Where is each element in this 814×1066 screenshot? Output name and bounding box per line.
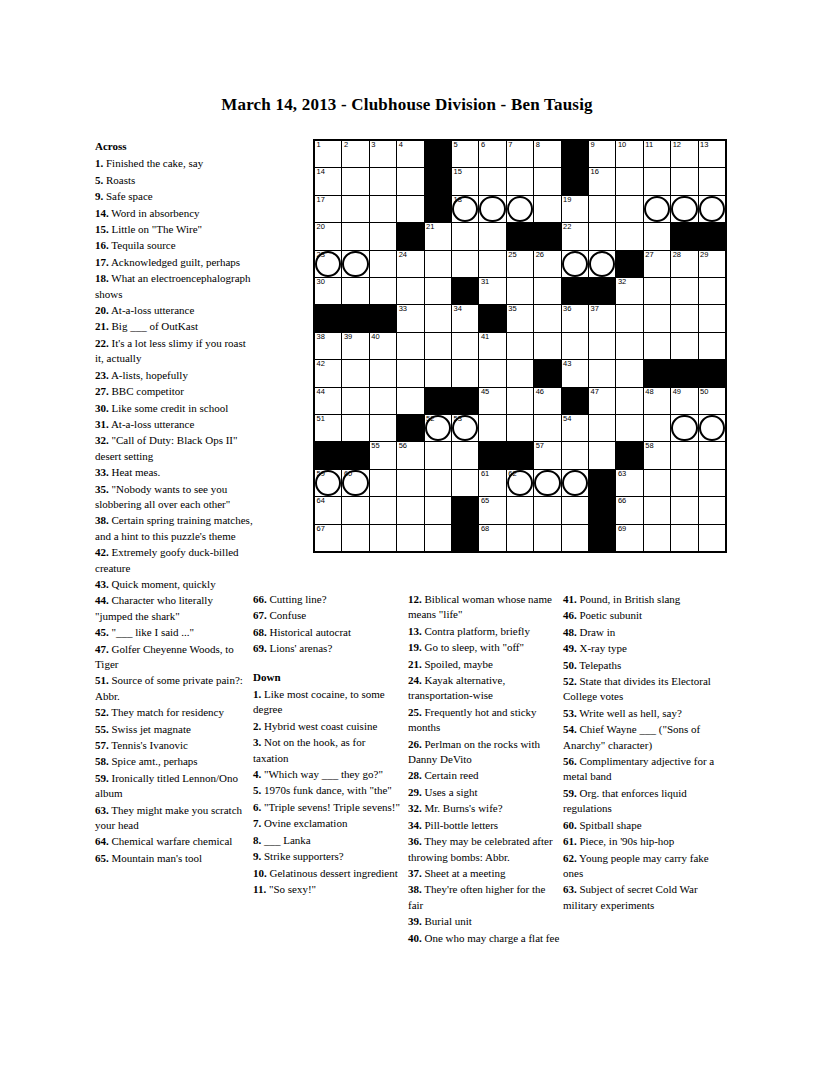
grid-cell[interactable]: 51 — [315, 415, 341, 441]
grid-cell[interactable]: 21 — [425, 223, 451, 249]
cell-number: 33 — [399, 304, 407, 314]
grid-cell[interactable] — [479, 196, 505, 222]
grid-cell[interactable] — [507, 333, 533, 359]
grid-cell[interactable]: 61 — [479, 470, 505, 496]
grid-cell[interactable] — [562, 497, 588, 523]
cell-number: 15 — [453, 167, 461, 177]
grid-cell[interactable]: 68 — [479, 525, 505, 551]
black-cell — [479, 305, 505, 331]
grid-cell[interactable] — [452, 333, 478, 359]
black-cell — [507, 223, 533, 249]
grid-cell[interactable] — [425, 442, 451, 468]
clue: 39. Burial unit — [408, 914, 561, 929]
grid-cell[interactable] — [699, 497, 725, 523]
grid-cell[interactable] — [671, 305, 697, 331]
grid-cell[interactable] — [342, 251, 368, 277]
grid-cell[interactable]: 6 — [479, 141, 505, 167]
grid-cell[interactable]: 23 — [315, 251, 341, 277]
grid-cell[interactable]: 16 — [589, 168, 615, 194]
grid-cell[interactable]: 65 — [479, 497, 505, 523]
grid-cell[interactable] — [507, 525, 533, 551]
grid-cell[interactable] — [671, 278, 697, 304]
clue: 52. State that divides its Electoral Col… — [563, 674, 720, 705]
clue: 32. Mr. Burns's wife? — [408, 801, 561, 816]
grid-cell[interactable]: 1 — [315, 141, 341, 167]
grid-cell[interactable]: 43 — [562, 360, 588, 386]
grid-cell[interactable] — [425, 251, 451, 277]
grid-cell[interactable] — [699, 525, 725, 551]
cell-number: 36 — [563, 304, 571, 314]
grid-cell[interactable] — [342, 525, 368, 551]
clue: 15. Little on "The Wire" — [95, 222, 253, 237]
cell-number: 45 — [481, 387, 489, 397]
grid-cell[interactable] — [616, 223, 642, 249]
grid-cell[interactable]: 26 — [534, 251, 560, 277]
cell-number: 69 — [618, 524, 626, 534]
grid-cell[interactable] — [452, 251, 478, 277]
grid-cell[interactable]: 9 — [589, 141, 615, 167]
black-cell — [671, 223, 697, 249]
grid-cell[interactable]: 4 — [397, 141, 423, 167]
grid-cell[interactable] — [644, 223, 670, 249]
black-cell — [425, 196, 451, 222]
grid-cell[interactable]: 37 — [589, 305, 615, 331]
cell-number: 14 — [317, 167, 325, 177]
cell-number: 58 — [645, 441, 653, 451]
grid-cell[interactable] — [479, 251, 505, 277]
grid-cell[interactable] — [699, 168, 725, 194]
grid-cell[interactable] — [589, 251, 615, 277]
grid-cell[interactable] — [507, 415, 533, 441]
grid-cell[interactable] — [479, 168, 505, 194]
clue: 59. Org. that enforces liquid regulation… — [563, 786, 720, 817]
cell-number: 40 — [371, 332, 379, 342]
cell-number: 51 — [317, 414, 325, 424]
clue: 14. Word in absorbency — [95, 206, 253, 221]
grid-cell[interactable] — [589, 415, 615, 441]
clue: 7. Ovine exclamation — [253, 816, 403, 831]
grid-cell[interactable] — [534, 497, 560, 523]
grid-cell[interactable] — [370, 251, 396, 277]
cell-number: 19 — [563, 195, 571, 205]
grid-cell[interactable] — [370, 388, 396, 414]
grid-cell[interactable]: 12 — [671, 141, 697, 167]
black-cell — [452, 497, 478, 523]
cell-number: 66 — [618, 496, 626, 506]
grid-cell[interactable] — [342, 360, 368, 386]
grid-cell[interactable] — [370, 278, 396, 304]
grid-cell[interactable]: 69 — [616, 525, 642, 551]
grid-cell[interactable]: 8 — [534, 141, 560, 167]
grid-cell[interactable] — [616, 333, 642, 359]
grid-cell[interactable] — [342, 223, 368, 249]
grid-cell[interactable] — [534, 278, 560, 304]
grid-cell[interactable] — [397, 196, 423, 222]
clue: 42. Extremely goofy duck-billed creature — [95, 545, 253, 576]
black-cell — [315, 305, 341, 331]
grid-cell[interactable]: 13 — [699, 141, 725, 167]
clue-column-2: 66. Cutting line?67. Confuse68. Historic… — [253, 592, 403, 898]
clue: 55. Swiss jet magnate — [95, 722, 253, 737]
grid-cell[interactable] — [452, 360, 478, 386]
grid-cell[interactable] — [616, 360, 642, 386]
grid-cell[interactable]: 56 — [397, 442, 423, 468]
grid-cell[interactable]: 30 — [315, 278, 341, 304]
clue: 52. They match for residency — [95, 705, 253, 720]
cell-number: 9 — [590, 140, 594, 150]
black-cell — [562, 388, 588, 414]
grid-cell[interactable] — [370, 525, 396, 551]
grid-cell[interactable]: 24 — [397, 251, 423, 277]
clue: 23. A-lists, hopefully — [95, 368, 253, 383]
grid-cell[interactable] — [671, 442, 697, 468]
grid-cell[interactable] — [342, 196, 368, 222]
clue: 20. At-a-loss utterance — [95, 303, 253, 318]
grid-cell[interactable]: 18 — [452, 196, 478, 222]
crossword-grid[interactable]: 1234567891011121314151617181920212223242… — [313, 139, 727, 553]
grid-cell[interactable] — [616, 415, 642, 441]
grid-cell[interactable]: 46 — [534, 388, 560, 414]
grid-cell[interactable] — [699, 196, 725, 222]
cell-number: 67 — [317, 524, 325, 534]
clue: 50. Telepaths — [563, 658, 720, 673]
circle-marker — [562, 470, 588, 496]
grid-cell[interactable] — [644, 470, 670, 496]
clue: 17. Acknowledged guilt, perhaps — [95, 255, 253, 270]
cell-number: 4 — [399, 140, 403, 150]
clue: 33. Heat meas. — [95, 465, 253, 480]
clue: 62. Young people may carry fake ones — [563, 851, 720, 882]
grid-cell[interactable] — [644, 305, 670, 331]
grid-cell[interactable] — [425, 305, 451, 331]
grid-cell[interactable] — [370, 497, 396, 523]
cell-number: 38 — [317, 332, 325, 342]
clue: 37. Sheet at a meeting — [408, 866, 561, 881]
grid-cell[interactable]: 42 — [315, 360, 341, 386]
grid-cell[interactable] — [616, 196, 642, 222]
clue: 41. Pound, in British slang — [563, 592, 720, 607]
grid-cell[interactable]: 52 — [425, 415, 451, 441]
black-cell — [589, 278, 615, 304]
cell-number: 27 — [645, 250, 653, 260]
grid-cell[interactable]: 47 — [589, 388, 615, 414]
grid-cell[interactable]: 38 — [315, 333, 341, 359]
circle-marker — [671, 196, 697, 222]
grid-cell[interactable]: 25 — [507, 251, 533, 277]
grid-cell[interactable] — [562, 442, 588, 468]
grid-cell[interactable] — [671, 525, 697, 551]
grid-cell[interactable] — [425, 360, 451, 386]
grid-cell[interactable] — [671, 497, 697, 523]
grid-cell[interactable] — [562, 333, 588, 359]
down-clues-3: 41. Pound, in British slang46. Poetic su… — [563, 592, 720, 913]
clue: 21. Big ___ of OutKast — [95, 319, 253, 334]
grid-cell[interactable]: 64 — [315, 497, 341, 523]
clue: 46. Poetic subunit — [563, 608, 720, 623]
grid-cell[interactable]: 28 — [671, 251, 697, 277]
circle-marker — [342, 251, 368, 277]
grid-cell[interactable]: 41 — [479, 333, 505, 359]
grid-cell[interactable] — [534, 525, 560, 551]
grid-cell[interactable] — [370, 360, 396, 386]
cell-number: 6 — [481, 140, 485, 150]
grid-cell[interactable] — [534, 333, 560, 359]
grid-cell[interactable] — [507, 278, 533, 304]
grid-cell[interactable] — [479, 223, 505, 249]
cell-number: 10 — [618, 140, 626, 150]
circle-marker — [699, 415, 725, 441]
clue: 65. Mountain man's tool — [95, 851, 253, 866]
cell-number: 39 — [344, 332, 352, 342]
grid-cell[interactable]: 55 — [370, 442, 396, 468]
grid-cell[interactable] — [534, 196, 560, 222]
grid-cell[interactable]: 29 — [699, 251, 725, 277]
grid-cell[interactable] — [397, 333, 423, 359]
puzzle-title: March 14, 2013 - Clubhouse Division - Be… — [0, 95, 814, 115]
grid-cell[interactable] — [397, 525, 423, 551]
grid-cell[interactable]: 3 — [370, 141, 396, 167]
grid-cell[interactable] — [671, 168, 697, 194]
clue: 13. Contra platform, briefly — [408, 624, 561, 639]
circle-marker — [589, 251, 615, 277]
grid-cell[interactable]: 49 — [671, 388, 697, 414]
cell-number: 21 — [426, 222, 434, 232]
grid-cell[interactable] — [671, 196, 697, 222]
black-cell — [671, 360, 697, 386]
grid-cell[interactable]: 48 — [644, 388, 670, 414]
grid-cell[interactable] — [425, 278, 451, 304]
grid-cell[interactable] — [452, 470, 478, 496]
grid-cell[interactable]: 34 — [452, 305, 478, 331]
grid-cell[interactable] — [397, 278, 423, 304]
cell-number: 55 — [371, 441, 379, 451]
grid-cell[interactable]: 14 — [315, 168, 341, 194]
black-cell — [589, 525, 615, 551]
grid-cell[interactable] — [644, 278, 670, 304]
cell-number: 56 — [399, 441, 407, 451]
grid-cell[interactable]: 50 — [699, 388, 725, 414]
clue: 28. Certain reed — [408, 768, 561, 783]
cell-number: 44 — [317, 387, 325, 397]
grid-cell[interactable] — [699, 278, 725, 304]
grid-cell[interactable] — [507, 196, 533, 222]
grid-cell[interactable] — [342, 168, 368, 194]
grid-cell[interactable] — [616, 388, 642, 414]
grid-cell[interactable] — [699, 470, 725, 496]
grid-cell[interactable]: 54 — [562, 415, 588, 441]
grid-cell[interactable] — [397, 388, 423, 414]
grid-cell[interactable] — [534, 415, 560, 441]
clue: 61. Piece, in '90s hip-hop — [563, 834, 720, 849]
grid-cell[interactable] — [699, 333, 725, 359]
grid-cell[interactable] — [425, 525, 451, 551]
clue: 66. Cutting line? — [253, 592, 403, 607]
cell-number: 7 — [508, 140, 512, 150]
grid-cell[interactable] — [397, 360, 423, 386]
grid-cell[interactable] — [425, 333, 451, 359]
grid-cell[interactable] — [342, 497, 368, 523]
grid-cell[interactable] — [342, 278, 368, 304]
grid-cell[interactable]: 27 — [644, 251, 670, 277]
circle-marker — [507, 470, 533, 496]
grid-cell[interactable] — [644, 497, 670, 523]
black-cell — [425, 168, 451, 194]
grid-cell[interactable]: 15 — [452, 168, 478, 194]
grid-cell[interactable] — [644, 333, 670, 359]
grid-cell[interactable]: 36 — [562, 305, 588, 331]
grid-cell[interactable]: 67 — [315, 525, 341, 551]
grid-cell[interactable]: 5 — [452, 141, 478, 167]
grid-cell[interactable] — [534, 470, 560, 496]
grid-cell[interactable] — [671, 415, 697, 441]
across-clues-main: 1. Finished the cake, say5. Roasts9. Saf… — [95, 156, 253, 866]
grid-cell[interactable]: 11 — [644, 141, 670, 167]
grid-cell[interactable] — [342, 415, 368, 441]
black-cell — [616, 251, 642, 277]
circle-marker — [479, 196, 505, 222]
cell-number: 48 — [645, 387, 653, 397]
grid-cell[interactable] — [425, 470, 451, 496]
grid-cell[interactable] — [616, 305, 642, 331]
grid-cell[interactable] — [507, 360, 533, 386]
grid-cell[interactable] — [562, 525, 588, 551]
grid-cell[interactable]: 17 — [315, 196, 341, 222]
cell-number: 31 — [481, 277, 489, 287]
grid-cell[interactable] — [562, 251, 588, 277]
black-cell — [589, 497, 615, 523]
grid-cell[interactable]: 60 — [342, 470, 368, 496]
grid-cell[interactable] — [644, 525, 670, 551]
grid-cell[interactable] — [589, 196, 615, 222]
grid-cell[interactable] — [616, 168, 642, 194]
across-clue-column: Across 1. Finished the cake, say5. Roast… — [95, 139, 253, 867]
black-cell — [534, 223, 560, 249]
grid-cell[interactable]: 59 — [315, 470, 341, 496]
grid-cell[interactable] — [589, 442, 615, 468]
grid-cell[interactable] — [644, 168, 670, 194]
black-cell — [452, 278, 478, 304]
grid-cell[interactable]: 39 — [342, 333, 368, 359]
grid-cell[interactable] — [589, 360, 615, 386]
grid-cell[interactable] — [370, 196, 396, 222]
grid-cell[interactable]: 57 — [534, 442, 560, 468]
grid-cell[interactable]: 66 — [616, 497, 642, 523]
clue: 5. Roasts — [95, 173, 253, 188]
black-cell — [397, 415, 423, 441]
grid-cell[interactable]: 20 — [315, 223, 341, 249]
grid-cell[interactable] — [644, 196, 670, 222]
grid-cell[interactable]: 7 — [507, 141, 533, 167]
grid-cell[interactable]: 44 — [315, 388, 341, 414]
grid-cell[interactable]: 40 — [370, 333, 396, 359]
cell-number: 37 — [590, 304, 598, 314]
grid-cell[interactable] — [370, 415, 396, 441]
grid-cell[interactable] — [699, 305, 725, 331]
cell-number: 12 — [673, 140, 681, 150]
grid-cell[interactable] — [671, 470, 697, 496]
grid-cell[interactable]: 58 — [644, 442, 670, 468]
cell-number: 1 — [317, 140, 321, 150]
clue: 60. Spitball shape — [563, 818, 720, 833]
grid-cell[interactable] — [479, 415, 505, 441]
grid-cell[interactable] — [671, 333, 697, 359]
grid-cell[interactable]: 33 — [397, 305, 423, 331]
cell-number: 17 — [317, 195, 325, 205]
grid-cell[interactable] — [452, 442, 478, 468]
grid-cell[interactable] — [644, 415, 670, 441]
circle-marker — [671, 415, 697, 441]
cell-number: 54 — [563, 414, 571, 424]
grid-cell[interactable]: 22 — [562, 223, 588, 249]
clue: 19. Go to sleep, with "off" — [408, 640, 561, 655]
grid-cell[interactable] — [534, 168, 560, 194]
grid-cell[interactable] — [370, 168, 396, 194]
across-clues-overflow: 66. Cutting line?67. Confuse68. Historic… — [253, 592, 403, 657]
clue: 34. Pill-bottle letters — [408, 818, 561, 833]
grid-cell[interactable] — [370, 470, 396, 496]
grid-cell[interactable] — [507, 497, 533, 523]
circle-marker — [507, 196, 533, 222]
grid-cell[interactable] — [589, 333, 615, 359]
grid-cell[interactable] — [699, 415, 725, 441]
clue: 54. Chief Wayne ___ ("Sons of Anarchy" c… — [563, 722, 720, 753]
grid-cell[interactable]: 10 — [616, 141, 642, 167]
grid-cell[interactable] — [397, 168, 423, 194]
grid-cell[interactable]: 63 — [616, 470, 642, 496]
grid-cell[interactable]: 62 — [507, 470, 533, 496]
grid-cell[interactable] — [562, 470, 588, 496]
cell-number: 3 — [371, 140, 375, 150]
grid-cell[interactable]: 32 — [616, 278, 642, 304]
grid-cell[interactable]: 19 — [562, 196, 588, 222]
cell-number: 2 — [344, 140, 348, 150]
grid-cell[interactable]: 31 — [479, 278, 505, 304]
circle-marker — [534, 470, 560, 496]
grid-cell[interactable]: 45 — [479, 388, 505, 414]
clue: 10. Gelatinous dessert ingredient — [253, 866, 403, 881]
grid-cell[interactable]: 53 — [452, 415, 478, 441]
cell-number: 24 — [399, 250, 407, 260]
grid-cell[interactable] — [507, 388, 533, 414]
cell-number: 42 — [317, 359, 325, 369]
grid-cell[interactable] — [397, 470, 423, 496]
cell-number: 57 — [536, 441, 544, 451]
grid-cell[interactable] — [699, 442, 725, 468]
grid-cell[interactable] — [452, 223, 478, 249]
grid-cell[interactable] — [397, 497, 423, 523]
black-cell — [699, 223, 725, 249]
grid-cell[interactable] — [534, 305, 560, 331]
black-cell — [616, 442, 642, 468]
grid-cell[interactable] — [425, 497, 451, 523]
grid-cell[interactable]: 35 — [507, 305, 533, 331]
grid-cell[interactable] — [370, 223, 396, 249]
clue: 8. ___ Lanka — [253, 833, 403, 848]
grid-cell[interactable]: 2 — [342, 141, 368, 167]
clue: 30. Like some credit in school — [95, 401, 253, 416]
puzzle-page: March 14, 2013 - Clubhouse Division - Be… — [0, 0, 814, 1066]
black-cell — [699, 360, 725, 386]
cell-number: 68 — [481, 524, 489, 534]
grid-cell[interactable] — [342, 388, 368, 414]
grid-cell[interactable] — [507, 168, 533, 194]
clue: 63. They might make you scratch your hea… — [95, 803, 253, 834]
grid-cell[interactable] — [589, 223, 615, 249]
grid-cell[interactable] — [479, 360, 505, 386]
circle-marker — [452, 196, 478, 222]
clue: 51. Source of some private pain?: Abbr. — [95, 673, 253, 704]
cell-number: 16 — [590, 167, 598, 177]
